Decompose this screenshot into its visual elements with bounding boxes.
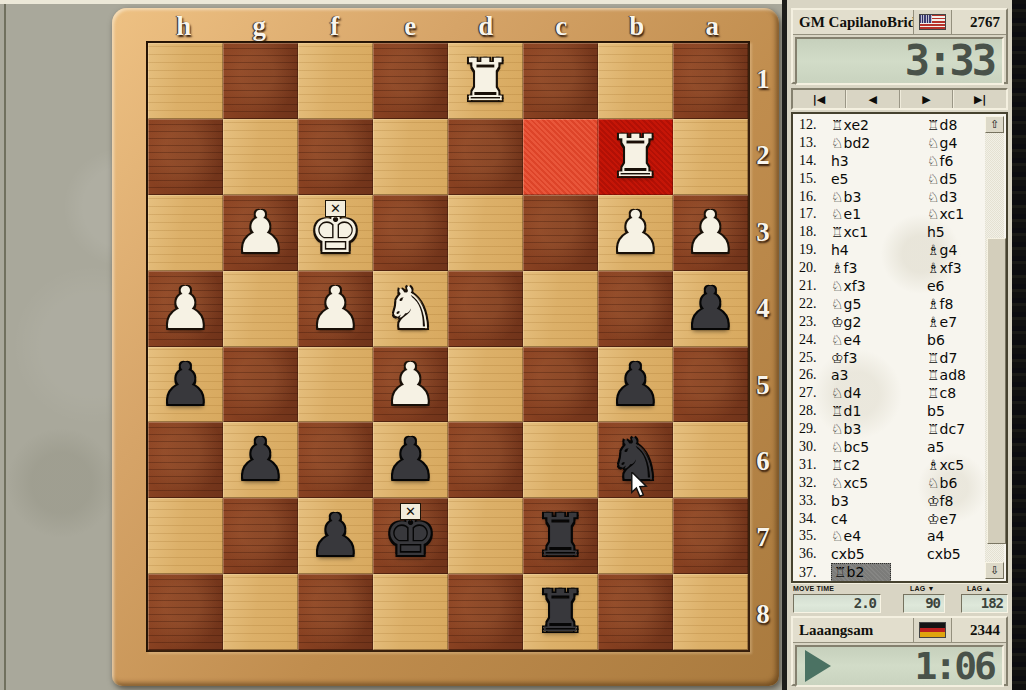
- black-rook[interactable]: ♜: [523, 498, 598, 574]
- square-f7[interactable]: ♟: [298, 498, 373, 574]
- square-d6[interactable]: [448, 422, 523, 498]
- black-move: ♗xc5: [927, 457, 989, 473]
- square-d4[interactable]: [448, 271, 523, 347]
- current-move-entry: ♖b2: [831, 563, 891, 582]
- white-rook[interactable]: ♜: [598, 119, 673, 195]
- white-move: ♘g5: [831, 296, 927, 312]
- square-e4[interactable]: ♞: [373, 271, 448, 347]
- white-move: ♘e4: [831, 332, 927, 348]
- move-number: 19.: [799, 242, 831, 258]
- black-move: e6: [927, 278, 989, 294]
- square-f4[interactable]: ♟: [298, 271, 373, 347]
- rank-label-2: 2: [748, 117, 778, 193]
- move-number: 21.: [799, 278, 831, 294]
- move-row-28: 28.♖d1b5: [799, 402, 989, 420]
- black-move: ♘g4: [927, 135, 989, 151]
- black-move: ♘b6: [927, 475, 989, 491]
- white-move: ♘e4: [831, 528, 927, 544]
- white-move: ♔f3: [831, 350, 927, 366]
- square-a7[interactable]: [673, 498, 748, 574]
- square-h1[interactable]: [148, 43, 223, 119]
- white-move: cxb5: [831, 546, 927, 562]
- move-row-20: 20.♗f3♗xf3: [799, 259, 989, 277]
- move-row-26: 26.a3♖ad8: [799, 366, 989, 384]
- bottom-player-clock: 1:06: [795, 645, 1004, 687]
- scroll-down-button[interactable]: ⇩: [985, 562, 1004, 579]
- move-row-23: 23.♔g2♗e7: [799, 313, 989, 331]
- white-move: ♖xc1: [831, 224, 927, 240]
- black-move: ♖d7: [927, 350, 989, 366]
- move-row-15: 15.e5♘d5: [799, 170, 989, 188]
- square-b2[interactable]: ♜: [598, 119, 673, 195]
- white-move: ♖c2: [831, 457, 927, 473]
- top-player-header: GM CapilanoBridge 2767: [793, 10, 1006, 35]
- black-pawn[interactable]: ♟: [373, 422, 448, 498]
- black-move: ♔e7: [927, 511, 989, 527]
- black-pawn[interactable]: ♟: [673, 271, 748, 347]
- square-g6[interactable]: ♟: [223, 422, 298, 498]
- scroll-up-button[interactable]: ⇧: [985, 116, 1004, 133]
- nav-last-button[interactable]: ▶|: [953, 90, 1006, 108]
- file-label-a: a: [675, 9, 751, 43]
- move-number: 35.: [799, 528, 831, 544]
- square-b5[interactable]: ♟: [598, 347, 673, 423]
- square-f6[interactable]: [298, 422, 373, 498]
- square-c2[interactable]: [523, 119, 598, 195]
- move-number: 30.: [799, 439, 831, 455]
- square-b7[interactable]: [598, 498, 673, 574]
- white-move: ♘xf3: [831, 278, 927, 294]
- black-pawn[interactable]: ♟: [223, 422, 298, 498]
- black-move: ♘d3: [927, 189, 989, 205]
- square-a3[interactable]: ♟: [673, 195, 748, 271]
- move-time-field: 2.0: [793, 594, 881, 613]
- file-label-f: f: [297, 9, 373, 43]
- square-d1[interactable]: ♜: [448, 43, 523, 119]
- white-move: ♘d4: [831, 385, 927, 401]
- white-move: ♘e1: [831, 206, 927, 222]
- rank-label-6: 6: [748, 423, 778, 499]
- square-c1[interactable]: [523, 43, 598, 119]
- square-h8[interactable]: [148, 574, 223, 650]
- square-h4[interactable]: ♟: [148, 271, 223, 347]
- square-a6[interactable]: [673, 422, 748, 498]
- white-pawn[interactable]: ♟: [223, 195, 298, 271]
- move-number: 33.: [799, 493, 831, 509]
- black-move: ♘f6: [927, 153, 989, 169]
- move-number: 37.: [799, 565, 831, 581]
- top-player-flag-cell: [913, 10, 952, 34]
- white-rook[interactable]: ♜: [448, 43, 523, 119]
- black-pawn[interactable]: ♟: [298, 498, 373, 574]
- square-h2[interactable]: [148, 119, 223, 195]
- nav-first-button[interactable]: |◀: [793, 90, 846, 108]
- lag-up-label: LAG ▲: [967, 585, 992, 592]
- square-e2[interactable]: [373, 119, 448, 195]
- black-move: ♘d5: [927, 171, 989, 187]
- right-panel: GM CapilanoBridge 2767 3:33 |◀ ◀ ▶ ▶| 12…: [787, 0, 1012, 690]
- black-move: a5: [927, 439, 989, 455]
- move-row-27: 27.♘d4♖c8: [799, 384, 989, 402]
- black-move: ♗xf3: [927, 260, 989, 276]
- square-f1[interactable]: [298, 43, 373, 119]
- bottom-player-rating: 2344: [952, 622, 1006, 639]
- file-label-h: h: [146, 9, 222, 43]
- nav-prev-button[interactable]: ◀: [846, 90, 900, 108]
- white-move: ♘bd2: [831, 135, 927, 151]
- lag-up-value: 182: [981, 595, 1003, 612]
- move-number: 24.: [799, 332, 831, 348]
- window-left-edge: [4, 4, 6, 690]
- king-marker-e7: ✕: [400, 503, 421, 520]
- move-row-17: 17.♘e1♘xc1: [799, 205, 989, 223]
- black-rook[interactable]: ♜: [523, 574, 598, 650]
- move-rows: 12.♖xe2♖d813.♘bd2♘g414.h3♘f615.e5♘d516.♘…: [799, 116, 989, 581]
- white-move: ♗f3: [831, 260, 927, 276]
- chess-board[interactable]: ♜♜♟♚✕♟♟♟♟♞♟♟♟♟♟♟♞♟♚✕♜♜: [148, 43, 748, 650]
- white-pawn[interactable]: ♟: [373, 347, 448, 423]
- black-move: ♔f8: [927, 493, 989, 509]
- square-a2[interactable]: [673, 119, 748, 195]
- rank-labels: 12345678: [748, 41, 778, 652]
- move-number: 23.: [799, 314, 831, 330]
- file-labels: hgfedcba: [146, 9, 750, 41]
- black-move: a4: [927, 528, 989, 544]
- square-d7[interactable]: [448, 498, 523, 574]
- white-move: ♔g2: [831, 314, 927, 330]
- move-number: 17.: [799, 206, 831, 222]
- move-number: 26.: [799, 367, 831, 383]
- german-flag-icon: [919, 622, 946, 638]
- square-e5[interactable]: ♟: [373, 347, 448, 423]
- move-row-31: 31.♖c2♗xc5: [799, 456, 989, 474]
- file-label-d: d: [448, 9, 524, 43]
- square-d8[interactable]: [448, 574, 523, 650]
- white-move: ♖d1: [831, 403, 927, 419]
- square-g5[interactable]: [223, 347, 298, 423]
- move-number: 18.: [799, 224, 831, 240]
- square-g7[interactable]: [223, 498, 298, 574]
- square-g8[interactable]: [223, 574, 298, 650]
- square-a4[interactable]: ♟: [673, 271, 748, 347]
- white-move: ♖xe2: [831, 117, 927, 133]
- square-f8[interactable]: [298, 574, 373, 650]
- square-c4[interactable]: [523, 271, 598, 347]
- white-move: a3: [831, 367, 927, 383]
- square-g2[interactable]: [223, 119, 298, 195]
- square-b4[interactable]: [598, 271, 673, 347]
- white-move: h3: [831, 153, 927, 169]
- status-bar: MOVE TIME LAG ▼ LAG ▲ 2.0 90 182: [791, 583, 1008, 616]
- black-pawn[interactable]: ♟: [598, 347, 673, 423]
- lag-down-label: LAG ▼: [910, 585, 935, 592]
- bottom-player-panel: Laaangsam 2344 1:06: [791, 616, 1008, 686]
- move-row-12: 12.♖xe2♖d8: [799, 116, 989, 134]
- move-row-22: 22.♘g5♗f8: [799, 295, 989, 313]
- black-move: b5: [927, 403, 989, 419]
- move-number: 22.: [799, 296, 831, 312]
- white-move: h4: [831, 242, 927, 258]
- move-row-30: 30.♘bc5a5: [799, 438, 989, 456]
- white-move: b3: [831, 493, 927, 509]
- square-a1[interactable]: [673, 43, 748, 119]
- white-move: e5: [831, 171, 927, 187]
- bottom-player-name: Laaangsam: [793, 622, 913, 639]
- square-b3[interactable]: ♟: [598, 195, 673, 271]
- white-move: ♘b3: [831, 189, 927, 205]
- move-nav-bar: |◀ ◀ ▶ ▶|: [791, 88, 1008, 110]
- move-number: 31.: [799, 457, 831, 473]
- move-number: 16.: [799, 189, 831, 205]
- square-f3[interactable]: ♚✕: [298, 195, 373, 271]
- move-number: 25.: [799, 350, 831, 366]
- black-move: ♘xc1: [927, 206, 989, 222]
- square-a8[interactable]: [673, 574, 748, 650]
- move-row-32: 32.♘xc5♘b6: [799, 474, 989, 492]
- top-player-rating: 2767: [952, 14, 1006, 31]
- move-number: 28.: [799, 403, 831, 419]
- square-h7[interactable]: [148, 498, 223, 574]
- top-clock-time: 3:33: [905, 39, 994, 83]
- lag-down-field: 90: [903, 594, 945, 613]
- black-move: ♖ad8: [927, 367, 989, 383]
- white-move: c4: [831, 511, 927, 527]
- board-well: ♜♜♟♚✕♟♟♟♟♞♟♟♟♟♟♟♞♟♚✕♜♜: [146, 41, 750, 652]
- move-time-value: 2.0: [854, 595, 876, 612]
- nav-next-button[interactable]: ▶: [900, 90, 954, 108]
- move-number: 15.: [799, 171, 831, 187]
- square-h6[interactable]: [148, 422, 223, 498]
- square-h5[interactable]: ♟: [148, 347, 223, 423]
- king-marker-f3: ✕: [325, 200, 346, 217]
- move-list[interactable]: 12.♖xe2♖d813.♘bd2♘g414.h3♘f615.e5♘d516.♘…: [791, 112, 1008, 583]
- us-flag-icon: [919, 14, 946, 30]
- move-number: 36.: [799, 546, 831, 562]
- square-c3[interactable]: [523, 195, 598, 271]
- move-row-16: 16.♘b3♘d3: [799, 188, 989, 206]
- top-player-name: GM CapilanoBridge: [793, 14, 913, 31]
- move-row-35: 35.♘e4a4: [799, 527, 989, 545]
- white-move: ♖b2: [831, 563, 927, 582]
- rank-label-4: 4: [748, 270, 778, 346]
- black-move: ♖dc7: [927, 421, 989, 437]
- square-e7[interactable]: ♚✕: [373, 498, 448, 574]
- square-c7[interactable]: ♜: [523, 498, 598, 574]
- move-list-scroll-thumb[interactable]: [987, 238, 1006, 544]
- move-row-13: 13.♘bd2♘g4: [799, 134, 989, 152]
- move-number: 12.: [799, 117, 831, 133]
- move-time-label: MOVE TIME: [793, 585, 834, 592]
- rank-label-7: 7: [748, 499, 778, 575]
- move-row-21: 21.♘xf3e6: [799, 277, 989, 295]
- top-player-panel: GM CapilanoBridge 2767 3:33: [791, 8, 1008, 84]
- square-d5[interactable]: [448, 347, 523, 423]
- move-number: 32.: [799, 475, 831, 491]
- chess-board-frame: hgfedcba 12345678 ♜♜♟♚✕♟♟♟♟♞♟♟♟♟♟♟♞♟♚✕♜♜: [112, 8, 779, 686]
- white-move: ♘bc5: [831, 439, 927, 455]
- black-move: ♖d8: [927, 117, 989, 133]
- move-row-14: 14.h3♘f6: [799, 152, 989, 170]
- move-row-25: 25.♔f3♖d7: [799, 349, 989, 367]
- square-h3[interactable]: [148, 195, 223, 271]
- black-move: ♗g4: [927, 242, 989, 258]
- black-pawn[interactable]: ♟: [148, 347, 223, 423]
- move-row-36: 36.cxb5cxb5: [799, 545, 989, 563]
- move-number: 14.: [799, 153, 831, 169]
- square-g3[interactable]: ♟: [223, 195, 298, 271]
- square-f5[interactable]: [298, 347, 373, 423]
- move-row-33: 33.b3♔f8: [799, 492, 989, 510]
- move-number: 34.: [799, 511, 831, 527]
- bottom-player-flag-cell: [913, 618, 952, 642]
- white-move: ♘xc5: [831, 475, 927, 491]
- square-c5[interactable]: [523, 347, 598, 423]
- black-move: ♗e7: [927, 314, 989, 330]
- move-row-34: 34.c4♔e7: [799, 510, 989, 528]
- white-pawn[interactable]: ♟: [598, 195, 673, 271]
- rank-label-8: 8: [748, 576, 778, 652]
- square-b1[interactable]: [598, 43, 673, 119]
- rank-label-5: 5: [748, 347, 778, 423]
- mouse-cursor: [630, 472, 648, 498]
- square-a5[interactable]: [673, 347, 748, 423]
- black-move: b6: [927, 332, 989, 348]
- black-move: cxb5: [927, 546, 989, 562]
- lag-down-value: 90: [925, 595, 940, 612]
- square-e6[interactable]: ♟: [373, 422, 448, 498]
- move-row-18: 18.♖xc1h5: [799, 223, 989, 241]
- white-move: ♘b3: [831, 421, 927, 437]
- move-number: 27.: [799, 385, 831, 401]
- white-knight[interactable]: ♞: [373, 271, 448, 347]
- move-row-19: 19.h4♗g4: [799, 241, 989, 259]
- square-b8[interactable]: [598, 574, 673, 650]
- black-move: ♖c8: [927, 385, 989, 401]
- move-row-37: 37.♖b2: [799, 563, 989, 581]
- square-e8[interactable]: [373, 574, 448, 650]
- square-c6[interactable]: [523, 422, 598, 498]
- move-number: 20.: [799, 260, 831, 276]
- bottom-clock-time: 1:06: [914, 647, 994, 685]
- square-f2[interactable]: [298, 119, 373, 195]
- square-e1[interactable]: [373, 43, 448, 119]
- move-number: 29.: [799, 421, 831, 437]
- file-label-g: g: [222, 9, 298, 43]
- top-player-clock: 3:33: [795, 37, 1004, 85]
- move-row-24: 24.♘e4b6: [799, 331, 989, 349]
- rank-label-3: 3: [748, 194, 778, 270]
- move-row-29: 29.♘b3♖dc7: [799, 420, 989, 438]
- bottom-player-header: Laaangsam 2344: [793, 618, 1006, 643]
- square-g1[interactable]: [223, 43, 298, 119]
- square-e3[interactable]: [373, 195, 448, 271]
- white-pawn[interactable]: ♟: [298, 271, 373, 347]
- move-number: 13.: [799, 135, 831, 151]
- black-move: ♗f8: [927, 296, 989, 312]
- screen-right-edge: [1012, 0, 1026, 690]
- white-pawn[interactable]: ♟: [673, 195, 748, 271]
- to-move-indicator: [805, 650, 831, 682]
- file-label-c: c: [524, 9, 600, 43]
- white-pawn[interactable]: ♟: [148, 271, 223, 347]
- lag-up-field: 182: [961, 594, 1008, 613]
- square-c8[interactable]: ♜: [523, 574, 598, 650]
- rank-label-1: 1: [748, 41, 778, 117]
- black-move: h5: [927, 224, 989, 240]
- square-d3[interactable]: [448, 195, 523, 271]
- square-g4[interactable]: [223, 271, 298, 347]
- file-label-b: b: [599, 9, 675, 43]
- square-d2[interactable]: [448, 119, 523, 195]
- file-label-e: e: [373, 9, 449, 43]
